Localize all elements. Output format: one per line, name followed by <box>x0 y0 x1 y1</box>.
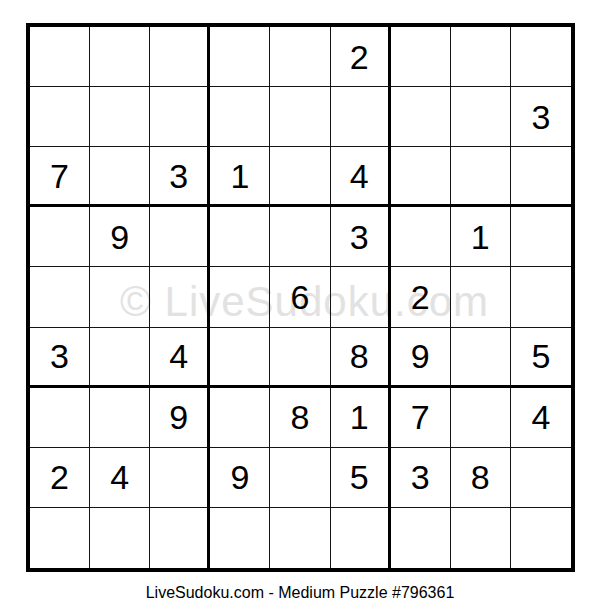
cell-r9-c3[interactable] <box>150 508 210 568</box>
cell-r5-c2[interactable] <box>90 267 150 327</box>
cell-r6-c1[interactable]: 3 <box>30 328 90 388</box>
sudoku-board: © LiveSudoku.com 23731493162348959817424… <box>26 23 575 572</box>
cell-r3-c1[interactable]: 7 <box>30 147 90 207</box>
cell-r7-c7[interactable]: 7 <box>391 388 451 448</box>
cell-r9-c5[interactable] <box>270 508 330 568</box>
cell-r9-c8[interactable] <box>451 508 511 568</box>
cell-r5-c1[interactable] <box>30 267 90 327</box>
cell-r5-c5[interactable]: 6 <box>270 267 330 327</box>
cell-r4-c4[interactable] <box>210 207 270 267</box>
cell-r3-c6[interactable]: 4 <box>331 147 391 207</box>
cell-r2-c2[interactable] <box>90 87 150 147</box>
cell-r5-c9[interactable] <box>511 267 571 327</box>
cell-r2-c7[interactable] <box>391 87 451 147</box>
cell-r6-c2[interactable] <box>90 328 150 388</box>
cell-r4-c9[interactable] <box>511 207 571 267</box>
cell-r7-c6[interactable]: 1 <box>331 388 391 448</box>
cell-r3-c5[interactable] <box>270 147 330 207</box>
sudoku-page: © LiveSudoku.com 23731493162348959817424… <box>0 0 600 615</box>
cell-r4-c6[interactable]: 3 <box>331 207 391 267</box>
cell-r4-c7[interactable] <box>391 207 451 267</box>
cell-r9-c2[interactable] <box>90 508 150 568</box>
cell-r7-c8[interactable] <box>451 388 511 448</box>
cell-r7-c5[interactable]: 8 <box>270 388 330 448</box>
cell-r7-c1[interactable] <box>30 388 90 448</box>
cell-r7-c4[interactable] <box>210 388 270 448</box>
cell-r5-c7[interactable]: 2 <box>391 267 451 327</box>
cell-r4-c1[interactable] <box>30 207 90 267</box>
cell-r7-c9[interactable]: 4 <box>511 388 571 448</box>
cell-r5-c6[interactable] <box>331 267 391 327</box>
cell-r5-c8[interactable] <box>451 267 511 327</box>
cell-r8-c7[interactable]: 3 <box>391 448 451 508</box>
cell-r2-c9[interactable]: 3 <box>511 87 571 147</box>
cell-r1-c7[interactable] <box>391 27 451 87</box>
cell-r6-c6[interactable]: 8 <box>331 328 391 388</box>
cell-r9-c1[interactable] <box>30 508 90 568</box>
cell-r3-c3[interactable]: 3 <box>150 147 210 207</box>
cell-r1-c3[interactable] <box>150 27 210 87</box>
cell-r2-c4[interactable] <box>210 87 270 147</box>
cell-r7-c2[interactable] <box>90 388 150 448</box>
cell-r8-c9[interactable] <box>511 448 571 508</box>
cell-r5-c3[interactable] <box>150 267 210 327</box>
cell-r1-c9[interactable] <box>511 27 571 87</box>
cell-r8-c8[interactable]: 8 <box>451 448 511 508</box>
cell-r1-c8[interactable] <box>451 27 511 87</box>
cell-r4-c2[interactable]: 9 <box>90 207 150 267</box>
cell-r3-c2[interactable] <box>90 147 150 207</box>
cell-r3-c9[interactable] <box>511 147 571 207</box>
cell-r6-c4[interactable] <box>210 328 270 388</box>
cell-r1-c5[interactable] <box>270 27 330 87</box>
cell-r9-c7[interactable] <box>391 508 451 568</box>
cell-r6-c3[interactable]: 4 <box>150 328 210 388</box>
cell-r6-c7[interactable]: 9 <box>391 328 451 388</box>
cell-r2-c8[interactable] <box>451 87 511 147</box>
cell-r3-c4[interactable]: 1 <box>210 147 270 207</box>
cell-r9-c4[interactable] <box>210 508 270 568</box>
cell-r6-c8[interactable] <box>451 328 511 388</box>
cell-r5-c4[interactable] <box>210 267 270 327</box>
cell-r7-c3[interactable]: 9 <box>150 388 210 448</box>
cell-r1-c1[interactable] <box>30 27 90 87</box>
cell-r8-c4[interactable]: 9 <box>210 448 270 508</box>
cell-r2-c1[interactable] <box>30 87 90 147</box>
cell-r2-c6[interactable] <box>331 87 391 147</box>
cell-r8-c2[interactable]: 4 <box>90 448 150 508</box>
cell-r1-c2[interactable] <box>90 27 150 87</box>
cell-r1-c6[interactable]: 2 <box>331 27 391 87</box>
cell-r2-c5[interactable] <box>270 87 330 147</box>
cell-r4-c5[interactable] <box>270 207 330 267</box>
cell-r9-c9[interactable] <box>511 508 571 568</box>
puzzle-caption: LiveSudoku.com - Medium Puzzle #796361 <box>0 584 600 602</box>
cell-r3-c8[interactable] <box>451 147 511 207</box>
cell-r1-c4[interactable] <box>210 27 270 87</box>
cell-r8-c6[interactable]: 5 <box>331 448 391 508</box>
cell-r8-c1[interactable]: 2 <box>30 448 90 508</box>
cell-r8-c3[interactable] <box>150 448 210 508</box>
cell-r6-c5[interactable] <box>270 328 330 388</box>
cell-r6-c9[interactable]: 5 <box>511 328 571 388</box>
cell-r4-c8[interactable]: 1 <box>451 207 511 267</box>
cell-r4-c3[interactable] <box>150 207 210 267</box>
cell-r3-c7[interactable] <box>391 147 451 207</box>
cell-r9-c6[interactable] <box>331 508 391 568</box>
cell-r8-c5[interactable] <box>270 448 330 508</box>
cell-r2-c3[interactable] <box>150 87 210 147</box>
